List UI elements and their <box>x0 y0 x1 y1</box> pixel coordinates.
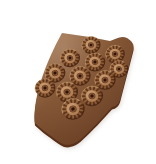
product-photo <box>0 0 156 164</box>
chocolate-mold <box>0 0 156 164</box>
